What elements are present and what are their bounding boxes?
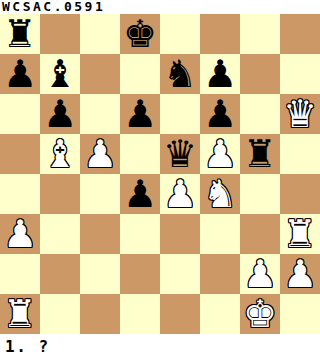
- square-g7[interactable]: [240, 54, 280, 94]
- white-bishop-piece: ♝: [43, 134, 77, 174]
- square-e5[interactable]: ♛: [160, 134, 200, 174]
- square-c7[interactable]: [80, 54, 120, 94]
- white-knight-piece: ♞: [203, 174, 237, 214]
- square-e2[interactable]: [160, 254, 200, 294]
- white-pawn-piece: ♟: [3, 214, 37, 254]
- square-g3[interactable]: [240, 214, 280, 254]
- square-g8[interactable]: [240, 14, 280, 54]
- square-h7[interactable]: [280, 54, 320, 94]
- white-queen-piece: ♛: [283, 94, 317, 134]
- black-knight-piece: ♞: [163, 54, 197, 94]
- square-e4[interactable]: ♟: [160, 174, 200, 214]
- square-c4[interactable]: [80, 174, 120, 214]
- black-pawn-piece: ♟: [3, 54, 37, 94]
- square-a6[interactable]: [0, 94, 40, 134]
- square-e6[interactable]: [160, 94, 200, 134]
- square-f7[interactable]: ♟: [200, 54, 240, 94]
- square-c2[interactable]: [80, 254, 120, 294]
- square-a7[interactable]: ♟: [0, 54, 40, 94]
- square-e3[interactable]: [160, 214, 200, 254]
- black-bishop-piece: ♝: [43, 54, 77, 94]
- square-a4[interactable]: [0, 174, 40, 214]
- square-e8[interactable]: [160, 14, 200, 54]
- square-f8[interactable]: [200, 14, 240, 54]
- chess-puzzle-window: WCSAC.0591 ♜♚♟♝♞♟♟♟♟♛♝♟♛♟♜♟♟♞♟♜♟♟♜♚ 1. ?: [0, 0, 320, 360]
- square-d3[interactable]: [120, 214, 160, 254]
- square-d4[interactable]: ♟: [120, 174, 160, 214]
- square-a1[interactable]: ♜: [0, 294, 40, 334]
- black-king-piece: ♚: [123, 14, 157, 54]
- square-b4[interactable]: [40, 174, 80, 214]
- square-a5[interactable]: [0, 134, 40, 174]
- white-rook-piece: ♜: [283, 214, 317, 254]
- square-h8[interactable]: [280, 14, 320, 54]
- chess-board: ♜♚♟♝♞♟♟♟♟♛♝♟♛♟♜♟♟♞♟♜♟♟♜♚: [0, 14, 320, 334]
- square-b7[interactable]: ♝: [40, 54, 80, 94]
- square-b5[interactable]: ♝: [40, 134, 80, 174]
- square-b2[interactable]: [40, 254, 80, 294]
- white-pawn-piece: ♟: [163, 174, 197, 214]
- black-pawn-piece: ♟: [43, 94, 77, 134]
- black-pawn-piece: ♟: [123, 94, 157, 134]
- square-f1[interactable]: [200, 294, 240, 334]
- square-g5[interactable]: ♜: [240, 134, 280, 174]
- square-h6[interactable]: ♛: [280, 94, 320, 134]
- square-a2[interactable]: [0, 254, 40, 294]
- square-b3[interactable]: [40, 214, 80, 254]
- black-rook-piece: ♜: [3, 14, 37, 54]
- square-d6[interactable]: ♟: [120, 94, 160, 134]
- square-d1[interactable]: [120, 294, 160, 334]
- white-pawn-piece: ♟: [83, 134, 117, 174]
- square-h1[interactable]: [280, 294, 320, 334]
- square-g1[interactable]: ♚: [240, 294, 280, 334]
- square-h5[interactable]: [280, 134, 320, 174]
- square-f5[interactable]: ♟: [200, 134, 240, 174]
- square-f6[interactable]: ♟: [200, 94, 240, 134]
- square-f4[interactable]: ♞: [200, 174, 240, 214]
- black-queen-piece: ♛: [163, 134, 197, 174]
- diagram-title: WCSAC.0591: [0, 0, 320, 14]
- square-c5[interactable]: ♟: [80, 134, 120, 174]
- black-pawn-piece: ♟: [203, 94, 237, 134]
- square-b8[interactable]: [40, 14, 80, 54]
- square-b1[interactable]: [40, 294, 80, 334]
- move-prompt: 1. ?: [0, 334, 320, 360]
- square-h2[interactable]: ♟: [280, 254, 320, 294]
- square-f2[interactable]: [200, 254, 240, 294]
- black-pawn-piece: ♟: [123, 174, 157, 214]
- white-pawn-piece: ♟: [283, 254, 317, 294]
- square-e7[interactable]: ♞: [160, 54, 200, 94]
- black-rook-piece: ♜: [243, 134, 277, 174]
- square-c1[interactable]: [80, 294, 120, 334]
- square-c6[interactable]: [80, 94, 120, 134]
- white-king-piece: ♚: [243, 294, 277, 334]
- white-pawn-piece: ♟: [203, 134, 237, 174]
- square-a8[interactable]: ♜: [0, 14, 40, 54]
- square-d7[interactable]: [120, 54, 160, 94]
- square-d2[interactable]: [120, 254, 160, 294]
- square-a3[interactable]: ♟: [0, 214, 40, 254]
- square-g6[interactable]: [240, 94, 280, 134]
- square-c8[interactable]: [80, 14, 120, 54]
- white-pawn-piece: ♟: [243, 254, 277, 294]
- square-h4[interactable]: [280, 174, 320, 214]
- square-g2[interactable]: ♟: [240, 254, 280, 294]
- square-e1[interactable]: [160, 294, 200, 334]
- black-pawn-piece: ♟: [203, 54, 237, 94]
- square-h3[interactable]: ♜: [280, 214, 320, 254]
- square-c3[interactable]: [80, 214, 120, 254]
- square-b6[interactable]: ♟: [40, 94, 80, 134]
- square-d8[interactable]: ♚: [120, 14, 160, 54]
- white-rook-piece: ♜: [3, 294, 37, 334]
- square-g4[interactable]: [240, 174, 280, 214]
- square-f3[interactable]: [200, 214, 240, 254]
- square-d5[interactable]: [120, 134, 160, 174]
